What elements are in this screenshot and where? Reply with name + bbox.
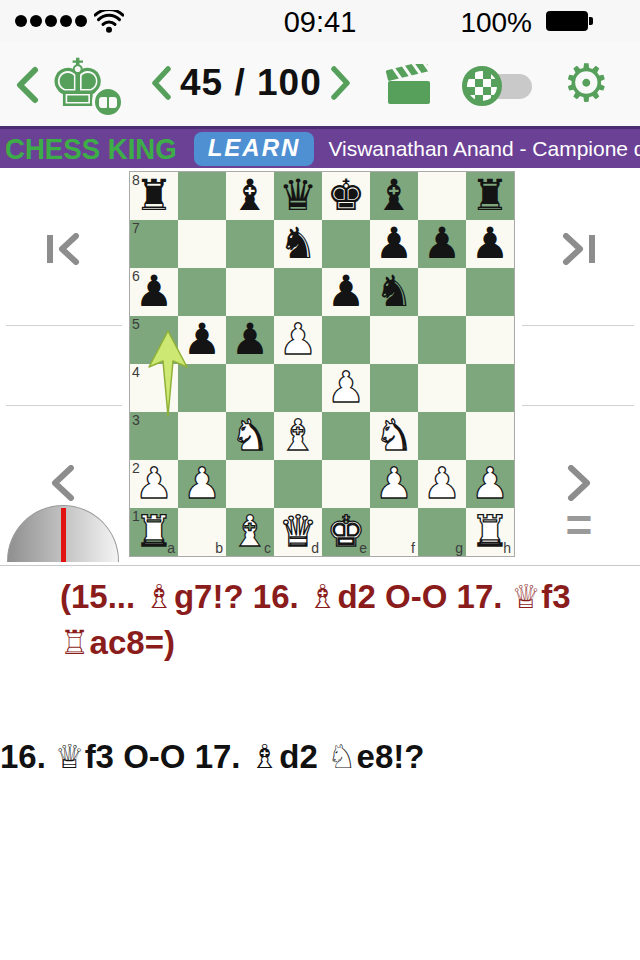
previous-move-button[interactable] bbox=[47, 465, 77, 501]
square-e1[interactable]: e♚ bbox=[322, 508, 370, 556]
square-a2[interactable]: 2♟ bbox=[130, 460, 178, 508]
evaluation-gauge bbox=[7, 505, 119, 562]
next-move-button[interactable] bbox=[565, 465, 595, 501]
square-h6[interactable] bbox=[466, 268, 514, 316]
banner: CHESS KING LEARN Viswanathan Anand - Cam… bbox=[0, 126, 640, 168]
square-d2[interactable] bbox=[274, 460, 322, 508]
square-c7[interactable] bbox=[226, 220, 274, 268]
course-title: Viswanathan Anand - Campione di Scacchi bbox=[328, 137, 640, 161]
back-button[interactable] bbox=[14, 66, 40, 104]
file-label: b bbox=[215, 540, 223, 556]
white-bishop: ♝ bbox=[274, 412, 322, 460]
divider bbox=[6, 325, 122, 326]
square-b3[interactable] bbox=[178, 412, 226, 460]
notation-line[interactable]: (15... ♗g7!? 16. ♗d2 O-O 17. ♕f3 bbox=[12, 574, 628, 620]
go-to-start-button[interactable] bbox=[45, 233, 81, 265]
brand-logo: CHESS KING bbox=[5, 132, 177, 166]
black-pawn: ♟ bbox=[322, 268, 370, 316]
square-c6[interactable] bbox=[226, 268, 274, 316]
battery-percent: 100% bbox=[460, 7, 532, 39]
square-b2[interactable]: ♟ bbox=[178, 460, 226, 508]
square-f8[interactable]: ♝ bbox=[370, 172, 418, 220]
square-a1[interactable]: 1a♜ bbox=[130, 508, 178, 556]
square-d6[interactable] bbox=[274, 268, 322, 316]
rank-label: 8 bbox=[132, 172, 140, 188]
rank-label: 3 bbox=[132, 412, 140, 428]
divider bbox=[522, 325, 634, 326]
square-c2[interactable] bbox=[226, 460, 274, 508]
status-bar: 09:41 100% bbox=[0, 0, 640, 42]
square-g2[interactable]: ♟ bbox=[418, 460, 466, 508]
black-rook: ♜ bbox=[466, 172, 514, 220]
square-b6[interactable] bbox=[178, 268, 226, 316]
learn-badge[interactable]: LEARN bbox=[194, 132, 315, 166]
moves-area[interactable]: [...] 1. ♘f3 ♘f6 2. c4 e6 3. ♘c3 d5 4.d4… bbox=[0, 565, 640, 960]
square-e4[interactable]: ♟ bbox=[322, 364, 370, 412]
square-a3[interactable]: 3 bbox=[130, 412, 178, 460]
black-pawn: ♟ bbox=[226, 316, 274, 364]
notation-line[interactable]: ♖ac8=) bbox=[12, 620, 628, 666]
square-d5[interactable]: ♟ bbox=[274, 316, 322, 364]
black-pawn: ♟ bbox=[418, 220, 466, 268]
file-label: a bbox=[167, 540, 175, 556]
equal-evaluation-symbol: = bbox=[562, 498, 596, 552]
square-h1[interactable]: h♜ bbox=[466, 508, 514, 556]
white-pawn: ♟ bbox=[370, 460, 418, 508]
board-toggle[interactable] bbox=[462, 66, 534, 106]
square-e8[interactable]: ♚ bbox=[322, 172, 370, 220]
black-bishop: ♝ bbox=[370, 172, 418, 220]
square-c1[interactable]: c♝ bbox=[226, 508, 274, 556]
rank-label: 1 bbox=[132, 508, 140, 524]
clock-time: 09:41 bbox=[0, 6, 640, 39]
square-b1[interactable]: b bbox=[178, 508, 226, 556]
square-h3[interactable] bbox=[466, 412, 514, 460]
file-label: e bbox=[359, 540, 367, 556]
black-pawn: ♟ bbox=[370, 220, 418, 268]
chess-king-logo[interactable]: ♚ bbox=[48, 48, 120, 122]
white-knight: ♞ bbox=[370, 412, 418, 460]
square-d3[interactable]: ♝ bbox=[274, 412, 322, 460]
white-knight: ♞ bbox=[226, 412, 274, 460]
square-c5[interactable]: ♟ bbox=[226, 316, 274, 364]
rank-label: 2 bbox=[132, 460, 140, 476]
square-h2[interactable]: ♟ bbox=[466, 460, 514, 508]
rank-label: 6 bbox=[132, 268, 140, 284]
counter-value: 45 / 100 bbox=[180, 62, 322, 104]
square-h5[interactable] bbox=[466, 316, 514, 364]
square-e3[interactable] bbox=[322, 412, 370, 460]
file-label: d bbox=[311, 540, 319, 556]
last-move-arrow bbox=[144, 330, 192, 418]
white-pawn: ♟ bbox=[274, 316, 322, 364]
battery-icon bbox=[546, 11, 588, 31]
square-d4[interactable] bbox=[274, 364, 322, 412]
counter-prev-button[interactable] bbox=[150, 66, 172, 100]
gauge-needle bbox=[61, 508, 66, 562]
square-f2[interactable]: ♟ bbox=[370, 460, 418, 508]
square-g6[interactable] bbox=[418, 268, 466, 316]
square-e7[interactable] bbox=[322, 220, 370, 268]
black-queen: ♛ bbox=[274, 172, 322, 220]
square-d7[interactable]: ♞ bbox=[274, 220, 322, 268]
gear-icon[interactable]: ⚙ bbox=[563, 55, 610, 111]
square-h7[interactable]: ♟ bbox=[466, 220, 514, 268]
square-f3[interactable]: ♞ bbox=[370, 412, 418, 460]
board-toggle-knob[interactable] bbox=[462, 66, 502, 106]
square-g5[interactable] bbox=[418, 316, 466, 364]
square-e2[interactable] bbox=[322, 460, 370, 508]
square-a7[interactable]: 7 bbox=[130, 220, 178, 268]
square-f1[interactable]: f bbox=[370, 508, 418, 556]
square-f7[interactable]: ♟ bbox=[370, 220, 418, 268]
black-knight: ♞ bbox=[370, 268, 418, 316]
file-label: g bbox=[455, 540, 463, 556]
square-a8[interactable]: 8♜ bbox=[130, 172, 178, 220]
square-g8[interactable] bbox=[418, 172, 466, 220]
counter-next-button[interactable] bbox=[330, 66, 352, 100]
white-pawn: ♟ bbox=[418, 460, 466, 508]
square-b7[interactable] bbox=[178, 220, 226, 268]
square-c4[interactable] bbox=[226, 364, 274, 412]
rank-label: 4 bbox=[132, 364, 140, 380]
square-d1[interactable]: d♛ bbox=[274, 508, 322, 556]
black-knight: ♞ bbox=[274, 220, 322, 268]
square-e6[interactable]: ♟ bbox=[322, 268, 370, 316]
square-a6[interactable]: 6♟ bbox=[130, 268, 178, 316]
square-c8[interactable]: ♝ bbox=[226, 172, 274, 220]
board-area: 8♜♝♛♚♝♜7♞♟♟♟6♟♟♞5♟♟♟4♟3♞♝♞2♟♟♟♟♟1a♜bc♝d♛… bbox=[0, 168, 640, 565]
lesson-counter: 45 / 100 bbox=[150, 62, 352, 104]
square-f5[interactable] bbox=[370, 316, 418, 364]
square-g1[interactable]: g bbox=[418, 508, 466, 556]
divider bbox=[522, 405, 634, 406]
rank-label: 7 bbox=[132, 220, 140, 236]
white-pawn: ♟ bbox=[178, 460, 226, 508]
square-c3[interactable]: ♞ bbox=[226, 412, 274, 460]
black-king: ♚ bbox=[322, 172, 370, 220]
book-icon bbox=[92, 86, 124, 118]
square-e5[interactable] bbox=[322, 316, 370, 364]
white-pawn: ♟ bbox=[322, 364, 370, 412]
file-label: f bbox=[411, 540, 415, 556]
black-bishop: ♝ bbox=[226, 172, 274, 220]
file-label: h bbox=[503, 540, 511, 556]
rank-label: 5 bbox=[132, 316, 140, 332]
square-g3[interactable] bbox=[418, 412, 466, 460]
square-g4[interactable] bbox=[418, 364, 466, 412]
square-f4[interactable] bbox=[370, 364, 418, 412]
white-pawn: ♟ bbox=[466, 460, 514, 508]
square-d8[interactable]: ♛ bbox=[274, 172, 322, 220]
notation-line[interactable]: 16. ♕f3 O-O 17. ♗d2 ♘e8!? bbox=[0, 734, 640, 960]
square-b8[interactable] bbox=[178, 172, 226, 220]
go-to-end-button[interactable] bbox=[561, 233, 597, 265]
square-h8[interactable]: ♜ bbox=[466, 172, 514, 220]
black-pawn: ♟ bbox=[466, 220, 514, 268]
square-f6[interactable]: ♞ bbox=[370, 268, 418, 316]
square-g7[interactable]: ♟ bbox=[418, 220, 466, 268]
divider bbox=[6, 405, 122, 406]
square-h4[interactable] bbox=[466, 364, 514, 412]
nav-bar: ♚ 45 / 100 ⚙ bbox=[0, 42, 640, 126]
movie-clapper-button[interactable] bbox=[385, 64, 433, 106]
file-label: c bbox=[264, 540, 271, 556]
